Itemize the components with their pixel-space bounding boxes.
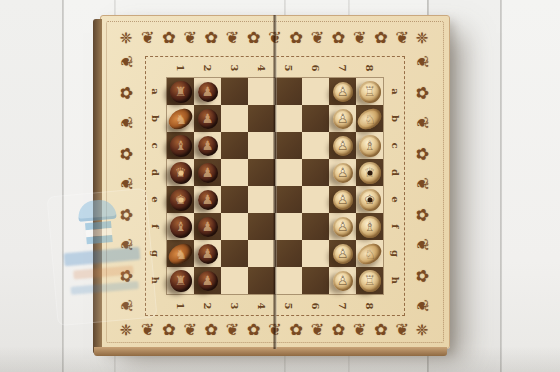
file-letters-left: abcdefgh xyxy=(145,78,165,294)
square-c5 xyxy=(275,132,302,159)
piece-dark-king: ♚ xyxy=(170,189,192,211)
square-h7: ♙ xyxy=(329,267,356,294)
file-letter-label: g xyxy=(142,244,169,264)
piece-light-bishop: ♗ xyxy=(359,135,381,157)
floral-ornament-icon: ❦ xyxy=(118,299,134,312)
piece-dark-knight: ♞ xyxy=(165,239,196,268)
ornate-corner-icon: ❈ xyxy=(112,24,140,52)
square-h5 xyxy=(275,267,302,294)
floral-ornament-icon: ✿ xyxy=(414,86,430,99)
floral-ornament-icon: ❦ xyxy=(414,55,430,68)
floral-ornament-icon: ❦ xyxy=(353,30,366,46)
file-letter-label: d xyxy=(142,163,169,183)
square-d3 xyxy=(221,159,248,186)
square-b3 xyxy=(221,105,248,132)
square-f4 xyxy=(248,213,275,240)
square-f2: ♟ xyxy=(194,213,221,240)
square-f1: ♝ xyxy=(167,213,194,240)
light-rook-glyph: ♖ xyxy=(364,274,376,287)
light-pawn-glyph: ♙ xyxy=(337,139,349,152)
square-d8: ♕ xyxy=(356,159,383,186)
floral-ornament-icon: ✿ xyxy=(414,147,430,160)
file-letters-right: abcdefgh xyxy=(385,78,405,294)
square-a5 xyxy=(275,78,302,105)
floral-ornament-icon: ❦ xyxy=(395,30,408,46)
square-d2: ♟ xyxy=(194,159,221,186)
piece-light-pawn: ♙ xyxy=(333,109,353,129)
square-a7: ♙ xyxy=(329,78,356,105)
dark-bishop-glyph: ♝ xyxy=(175,139,187,152)
square-g3 xyxy=(221,240,248,267)
piece-light-pawn: ♙ xyxy=(333,190,353,210)
piece-finial-dot xyxy=(367,170,372,175)
floral-ornament-icon: ❦ xyxy=(414,177,430,190)
rank-number-label: 1 xyxy=(171,293,191,320)
square-e2: ♟ xyxy=(194,186,221,213)
floral-ornament-icon: ✿ xyxy=(374,30,387,46)
square-c1: ♝ xyxy=(167,132,194,159)
piece-dark-pawn: ♟ xyxy=(198,271,218,291)
floral-ornament-icon: ❦ xyxy=(183,30,196,46)
ornate-corner-icon: ❈ xyxy=(112,316,140,344)
light-bishop-glyph: ♗ xyxy=(364,220,376,233)
square-a2: ♟ xyxy=(194,78,221,105)
square-a1: ♜ xyxy=(167,78,194,105)
square-g7: ♙ xyxy=(329,240,356,267)
file-letter-label: b xyxy=(142,109,169,129)
piece-light-pawn: ♙ xyxy=(333,217,353,237)
file-letter-label: d xyxy=(382,163,409,183)
square-b8: ♘ xyxy=(356,105,383,132)
floral-ornament-icon: ✿ xyxy=(332,322,345,338)
file-letter-label: e xyxy=(142,190,169,210)
square-b7: ♙ xyxy=(329,105,356,132)
square-g1: ♞ xyxy=(167,240,194,267)
ornate-border-left: ❦✿❦✿❦✿❦✿❦ xyxy=(112,54,140,314)
rank-number-label: 2 xyxy=(198,293,218,320)
square-b1: ♞ xyxy=(167,105,194,132)
file-letter-label: e xyxy=(382,190,409,210)
light-rook-glyph: ♖ xyxy=(364,85,376,98)
rank-number-label: 5 xyxy=(279,293,299,320)
piece-light-knight: ♘ xyxy=(354,239,385,268)
file-letter-label: b xyxy=(382,109,409,129)
piece-light-pawn: ♙ xyxy=(333,244,353,264)
floral-ornament-icon: ✿ xyxy=(205,322,218,338)
square-e6 xyxy=(302,186,329,213)
piece-dark-bishop: ♝ xyxy=(170,216,192,238)
square-e8: ♔ xyxy=(356,186,383,213)
floral-ornament-icon: ❦ xyxy=(353,322,366,338)
file-letter-label: c xyxy=(142,136,169,156)
piece-light-knight: ♘ xyxy=(354,104,385,133)
floral-ornament-icon: ❦ xyxy=(183,322,196,338)
floral-ornament-icon: ❦ xyxy=(118,55,134,68)
floral-ornament-icon: ✿ xyxy=(118,208,134,221)
file-letter-label: a xyxy=(142,82,169,102)
file-letter-label: g xyxy=(382,244,409,264)
piece-light-rook: ♖ xyxy=(359,270,381,292)
piece-light-bishop: ♗ xyxy=(359,216,381,238)
square-b5 xyxy=(275,105,302,132)
dark-pawn-glyph: ♟ xyxy=(202,166,214,179)
piece-finial-dot xyxy=(367,197,372,202)
square-d4 xyxy=(248,159,275,186)
ornate-corner-icon: ❈ xyxy=(408,316,436,344)
square-d5 xyxy=(275,159,302,186)
square-h6 xyxy=(302,267,329,294)
square-g2: ♟ xyxy=(194,240,221,267)
floral-ornament-icon: ✿ xyxy=(289,322,302,338)
piece-light-pawn: ♙ xyxy=(333,271,353,291)
piece-dark-pawn: ♟ xyxy=(198,217,218,237)
square-h8: ♖ xyxy=(356,267,383,294)
dark-pawn-glyph: ♟ xyxy=(202,112,214,125)
piece-light-pawn: ♙ xyxy=(333,82,353,102)
square-d7: ♙ xyxy=(329,159,356,186)
square-d1: ♛ xyxy=(167,159,194,186)
dark-pawn-glyph: ♟ xyxy=(202,220,214,233)
piece-light-rook: ♖ xyxy=(359,81,381,103)
square-a6 xyxy=(302,78,329,105)
rank-number-label: 4 xyxy=(252,293,272,320)
floral-ornament-icon: ❦ xyxy=(414,238,430,251)
square-e7: ♙ xyxy=(329,186,356,213)
light-knight-glyph: ♘ xyxy=(364,112,376,125)
floral-ornament-icon: ✿ xyxy=(205,30,218,46)
piece-dark-pawn: ♟ xyxy=(198,136,218,156)
floral-ornament-icon: ✿ xyxy=(247,30,260,46)
square-c4 xyxy=(248,132,275,159)
floral-ornament-icon: ✿ xyxy=(162,322,175,338)
floral-ornament-icon: ✿ xyxy=(414,208,430,221)
plank xyxy=(0,0,62,372)
piece-dark-pawn: ♟ xyxy=(198,190,218,210)
square-b4 xyxy=(248,105,275,132)
floral-ornament-icon: ✿ xyxy=(247,322,260,338)
square-g8: ♘ xyxy=(356,240,383,267)
file-letter-label: h xyxy=(142,271,169,291)
floral-ornament-icon: ❦ xyxy=(141,30,154,46)
floral-ornament-icon: ❦ xyxy=(226,322,239,338)
square-e1: ♚ xyxy=(167,186,194,213)
square-c8: ♗ xyxy=(356,132,383,159)
floral-ornament-icon: ❦ xyxy=(414,116,430,129)
rank-number-label: 8 xyxy=(360,293,380,320)
square-d6 xyxy=(302,159,329,186)
piece-dark-knight: ♞ xyxy=(165,104,196,133)
square-a4 xyxy=(248,78,275,105)
floral-ornament-icon: ✿ xyxy=(118,86,134,99)
board-fold-seam xyxy=(273,15,277,349)
piece-dark-pawn: ♟ xyxy=(198,163,218,183)
square-g6 xyxy=(302,240,329,267)
rank-number-label: 7 xyxy=(333,293,353,320)
square-h2: ♟ xyxy=(194,267,221,294)
dark-pawn-glyph: ♟ xyxy=(202,139,214,152)
light-pawn-glyph: ♙ xyxy=(337,193,349,206)
dark-pawn-glyph: ♟ xyxy=(202,247,214,260)
floral-ornament-icon: ✿ xyxy=(374,322,387,338)
square-b6 xyxy=(302,105,329,132)
piece-light-pawn: ♙ xyxy=(333,136,353,156)
photo-scene: ❦✿❦✿❦✿❦✿❦✿❦✿❦ ❦✿❦✿❦✿❦✿❦✿❦✿❦ ❦✿❦✿❦✿❦✿❦ ❦✿… xyxy=(0,0,560,372)
file-letter-label: c xyxy=(382,136,409,156)
floral-ornament-icon: ✿ xyxy=(162,30,175,46)
light-knight-glyph: ♘ xyxy=(364,247,376,260)
piece-dark-pawn: ♟ xyxy=(198,244,218,264)
dark-knight-glyph: ♞ xyxy=(175,247,187,260)
piece-dark-pawn: ♟ xyxy=(198,82,218,102)
square-f5 xyxy=(275,213,302,240)
square-f3 xyxy=(221,213,248,240)
square-g5 xyxy=(275,240,302,267)
light-bishop-glyph: ♗ xyxy=(364,139,376,152)
light-pawn-glyph: ♙ xyxy=(337,85,349,98)
square-e5 xyxy=(275,186,302,213)
floral-ornament-icon: ❦ xyxy=(311,322,324,338)
square-a3 xyxy=(221,78,248,105)
light-pawn-glyph: ♙ xyxy=(337,220,349,233)
square-h1: ♜ xyxy=(167,267,194,294)
file-letter-label: a xyxy=(382,82,409,102)
dark-rook-glyph: ♜ xyxy=(175,85,187,98)
floral-ornament-icon: ❦ xyxy=(118,116,134,129)
dark-rook-glyph: ♜ xyxy=(175,274,187,287)
dark-bishop-glyph: ♝ xyxy=(175,220,187,233)
square-c6 xyxy=(302,132,329,159)
square-c2: ♟ xyxy=(194,132,221,159)
floral-ornament-icon: ❦ xyxy=(141,322,154,338)
piece-light-king: ♔ xyxy=(359,189,381,211)
floral-ornament-icon: ❦ xyxy=(118,177,134,190)
square-b2: ♟ xyxy=(194,105,221,132)
square-c7: ♙ xyxy=(329,132,356,159)
piece-light-pawn: ♙ xyxy=(333,163,353,183)
dark-pawn-glyph: ♟ xyxy=(202,193,214,206)
piece-dark-pawn: ♟ xyxy=(198,109,218,129)
square-f7: ♙ xyxy=(329,213,356,240)
square-f8: ♗ xyxy=(356,213,383,240)
floral-ornament-icon: ✿ xyxy=(289,30,302,46)
floral-ornament-icon: ❦ xyxy=(311,30,324,46)
dark-pawn-glyph: ♟ xyxy=(202,274,214,287)
square-h4 xyxy=(248,267,275,294)
floral-ornament-icon: ✿ xyxy=(118,269,134,282)
file-letter-label: f xyxy=(142,217,169,237)
dark-pawn-glyph: ♟ xyxy=(202,85,214,98)
rank-number-label: 6 xyxy=(306,293,326,320)
light-pawn-glyph: ♙ xyxy=(337,166,349,179)
square-e3 xyxy=(221,186,248,213)
square-c3 xyxy=(221,132,248,159)
floral-ornament-icon: ❦ xyxy=(414,299,430,312)
ornate-border-right: ❦✿❦✿❦✿❦✿❦ xyxy=(408,54,436,314)
floral-ornament-icon: ✿ xyxy=(414,269,430,282)
piece-dark-queen: ♛ xyxy=(170,162,192,184)
plank-seam xyxy=(500,0,502,372)
dark-knight-glyph: ♞ xyxy=(175,112,187,125)
square-e4 xyxy=(248,186,275,213)
rank-number-label: 3 xyxy=(225,293,245,320)
piece-light-queen: ♕ xyxy=(359,162,381,184)
floral-ornament-icon: ❦ xyxy=(118,238,134,251)
floral-ornament-icon: ❦ xyxy=(395,322,408,338)
light-pawn-glyph: ♙ xyxy=(337,247,349,260)
chess-board: ❦✿❦✿❦✿❦✿❦✿❦✿❦ ❦✿❦✿❦✿❦✿❦✿❦✿❦ ❦✿❦✿❦✿❦✿❦ ❦✿… xyxy=(100,15,450,349)
light-pawn-glyph: ♙ xyxy=(337,274,349,287)
file-letter-label: h xyxy=(382,271,409,291)
piece-finial-dot xyxy=(178,197,183,202)
square-f6 xyxy=(302,213,329,240)
square-g4 xyxy=(248,240,275,267)
file-letter-label: f xyxy=(382,217,409,237)
piece-dark-rook: ♜ xyxy=(170,270,192,292)
piece-finial-dot xyxy=(178,170,183,175)
square-a8: ♖ xyxy=(356,78,383,105)
floral-ornament-icon: ❦ xyxy=(226,30,239,46)
floral-ornament-icon: ✿ xyxy=(332,30,345,46)
piece-dark-bishop: ♝ xyxy=(170,135,192,157)
piece-dark-rook: ♜ xyxy=(170,81,192,103)
light-pawn-glyph: ♙ xyxy=(337,112,349,125)
ornate-corner-icon: ❈ xyxy=(408,24,436,52)
square-h3 xyxy=(221,267,248,294)
floral-ornament-icon: ✿ xyxy=(118,147,134,160)
plank-seam xyxy=(62,0,64,372)
